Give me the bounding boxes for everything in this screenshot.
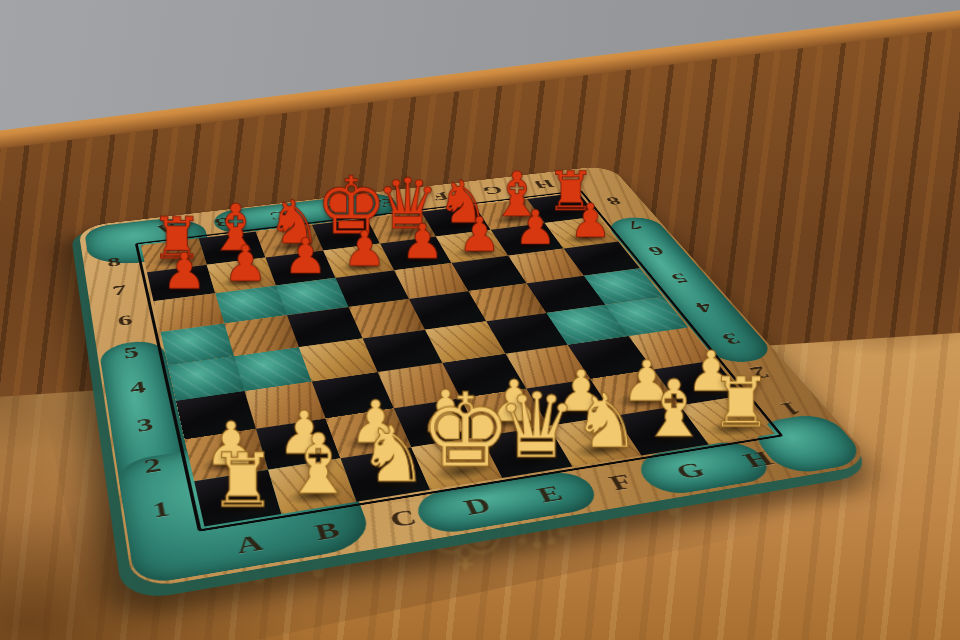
square-a1: ♜ — [194, 470, 281, 527]
square-a7: ♟ — [147, 265, 215, 301]
photo-scene: 87654321 87654321 ABCDEFGH ABCDEFGH ♜♝♞♚… — [0, 0, 960, 640]
red-pawn-a7: ♟ — [132, 246, 236, 296]
natural-rook-a1: ♜ — [177, 444, 308, 519]
